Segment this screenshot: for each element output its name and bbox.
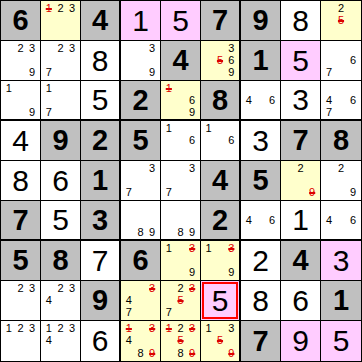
- candidate-7: 7: [163, 187, 175, 199]
- given-digit: 6: [132, 246, 148, 275]
- cell-r9c4[interactable]: 13489: [121, 321, 161, 361]
- candidate-9: 9: [226, 67, 237, 79]
- candidate-1: 1: [3, 322, 15, 335]
- cell-r9c5[interactable]: 123589: [161, 321, 201, 361]
- pencil-marks: 67: [321, 41, 361, 80]
- cell-r5c3[interactable]: 1: [81, 161, 121, 201]
- candidate-5-eliminated: 5: [214, 335, 225, 348]
- candidate-1: 1: [3, 82, 15, 94]
- cell-r2c6[interactable]: 3569: [201, 41, 241, 81]
- candidate-6: 6: [347, 54, 359, 66]
- candidate-1: 1: [43, 82, 55, 94]
- solved-digit: 8: [252, 286, 269, 316]
- candidate-3: 3: [26, 282, 38, 294]
- given-digit: 2: [212, 206, 228, 235]
- given-digit: 5: [12, 246, 28, 275]
- cell-r7c1[interactable]: 5: [1, 241, 41, 281]
- candidate-2: 2: [55, 322, 67, 335]
- cell-r7c9[interactable]: 3: [321, 241, 361, 281]
- cell-r2c8[interactable]: 5: [281, 41, 321, 81]
- solved-digit: 1: [292, 205, 309, 235]
- candidate-8: 8: [175, 347, 187, 360]
- pencil-marks: 46: [241, 201, 280, 239]
- pencil-marks: 16: [201, 121, 239, 160]
- cell-r2c3[interactable]: 8: [81, 41, 121, 81]
- solved-digit: 6: [92, 326, 109, 356]
- candidate-9: 9: [146, 226, 158, 238]
- given-digit: 2: [92, 126, 108, 155]
- cell-r2c1[interactable]: 239: [1, 41, 41, 81]
- pencil-marks: 239: [1, 41, 40, 80]
- given-digit: 2: [132, 86, 148, 115]
- cell-r8c5[interactable]: 2357: [161, 281, 201, 321]
- candidate-2: 2: [15, 282, 27, 294]
- cell-r9c7[interactable]: 7: [241, 321, 281, 361]
- given-digit: 4: [292, 246, 308, 275]
- cell-r5c6[interactable]: 4: [201, 161, 241, 201]
- candidate-3: 3: [26, 322, 38, 335]
- given-digit: 7: [292, 126, 308, 155]
- pencil-marks: 46: [241, 81, 280, 119]
- candidate-9-eliminated: 9: [186, 347, 198, 360]
- candidate-9: 9: [347, 187, 359, 199]
- given-digit: 5: [132, 126, 148, 155]
- candidate-2: 2: [15, 322, 27, 335]
- cell-r6c6[interactable]: 2: [201, 201, 241, 241]
- cell-r1c7[interactable]: 9: [241, 1, 281, 41]
- cell-r1c8[interactable]: 8: [281, 1, 321, 41]
- pencil-marks: 1234: [41, 321, 80, 361]
- candidate-1: 1: [43, 322, 55, 335]
- candidate-5-eliminated: 5: [175, 335, 187, 348]
- pencil-marks: 467: [321, 81, 361, 119]
- pencil-marks: 39: [121, 41, 160, 80]
- given-digit: 4: [212, 166, 228, 195]
- candidate-3-eliminated: 3: [226, 242, 237, 254]
- cell-r2c4[interactable]: 39: [121, 41, 161, 81]
- cell-r3c2[interactable]: 17: [41, 81, 81, 121]
- cell-r4c2[interactable]: 9: [41, 121, 81, 161]
- cell-r6c8[interactable]: 1: [281, 201, 321, 241]
- cell-r4c1[interactable]: 4: [1, 121, 41, 161]
- candidate-4: 4: [323, 214, 335, 226]
- cell-r7c3[interactable]: 7: [81, 241, 121, 281]
- cell-r3c8[interactable]: 3: [281, 81, 321, 121]
- candidate-3: 3: [26, 42, 38, 54]
- pencil-marks: 234: [41, 281, 80, 320]
- candidate-3: 3: [66, 42, 78, 54]
- solved-digit: 4: [12, 126, 29, 156]
- given-digit: 9: [92, 286, 108, 315]
- candidate-6: 6: [226, 54, 237, 66]
- cell-r7c2[interactable]: 8: [41, 241, 81, 281]
- solved-digit: 6: [292, 286, 309, 316]
- candidate-1: 1: [163, 122, 175, 134]
- candidate-4: 4: [123, 335, 135, 348]
- cell-r1c1[interactable]: 6: [1, 1, 41, 41]
- candidate-1-eliminated: 1: [163, 322, 175, 335]
- candidate-4: 4: [243, 214, 255, 226]
- pencil-marks: 19: [1, 81, 40, 119]
- candidate-2: 2: [15, 42, 27, 54]
- candidate-4: 4: [43, 335, 55, 348]
- candidate-7: 7: [43, 67, 55, 79]
- candidate-4: 4: [123, 294, 135, 306]
- candidate-4: 4: [43, 294, 55, 306]
- cell-r8c4[interactable]: 347: [121, 281, 161, 321]
- sudoku-board: 6123415798252392378394356915671917521698…: [0, 0, 362, 362]
- given-digit: 1: [252, 46, 268, 75]
- candidate-9: 9: [186, 267, 198, 279]
- candidate-2: 2: [55, 282, 67, 294]
- candidate-6: 6: [186, 94, 198, 106]
- cell-r1c5[interactable]: 5: [161, 1, 201, 41]
- solved-digit: 3: [252, 126, 269, 156]
- candidate-1: 1: [203, 242, 214, 254]
- pencil-marks: 29: [281, 161, 320, 200]
- candidate-3-eliminated: 3: [186, 242, 198, 254]
- candidate-1-eliminated: 1: [43, 2, 55, 14]
- candidate-3-eliminated: 3: [186, 322, 198, 335]
- cell-r4c7[interactable]: 3: [241, 121, 281, 161]
- cell-r2c7[interactable]: 1: [241, 41, 281, 81]
- pencil-marks: 3569: [201, 41, 239, 80]
- pencil-marks: 25: [321, 1, 361, 40]
- given-digit: 6: [12, 6, 28, 35]
- pencil-marks: 16: [161, 121, 200, 160]
- given-digit: 5: [252, 166, 268, 195]
- cell-r5c2[interactable]: 6: [41, 161, 81, 201]
- pencil-marks: 139: [161, 241, 200, 280]
- given-digit: 4: [92, 6, 108, 35]
- cell-r4c4[interactable]: 5: [121, 121, 161, 161]
- pencil-marks: 123: [41, 1, 80, 40]
- cell-r1c3[interactable]: 4: [81, 1, 121, 41]
- candidate-3: 3: [66, 282, 78, 294]
- solved-digit: 3: [292, 85, 309, 115]
- candidate-3: 3: [146, 162, 158, 174]
- solved-digit: 5: [172, 6, 189, 36]
- pencil-marks: 17: [41, 81, 80, 119]
- candidate-3: 3: [146, 42, 158, 54]
- candidate-7: 7: [323, 67, 335, 79]
- candidate-3: 3: [186, 162, 198, 174]
- cell-r3c3[interactable]: 5: [81, 81, 121, 121]
- cell-r2c5[interactable]: 4: [161, 41, 201, 81]
- cell-r9c3[interactable]: 6: [81, 321, 121, 361]
- solved-digit: 7: [92, 246, 109, 276]
- cell-r3c7[interactable]: 46: [241, 81, 281, 121]
- cell-r6c5[interactable]: 89: [161, 201, 201, 241]
- pencil-marks: 89: [121, 201, 160, 239]
- cell-r6c3[interactable]: 3: [81, 201, 121, 241]
- candidate-4: 4: [243, 94, 255, 106]
- candidate-9: 9: [186, 106, 198, 118]
- cell-r8c9[interactable]: 1: [321, 281, 361, 321]
- candidate-9-eliminated: 9: [226, 347, 237, 360]
- cell-r9c2[interactable]: 1234: [41, 321, 81, 361]
- cell-r9c8[interactable]: 9: [281, 321, 321, 361]
- candidate-1-eliminated: 1: [123, 322, 135, 335]
- solved-digit: 5: [333, 326, 350, 356]
- candidate-6: 6: [347, 94, 359, 106]
- cell-r5c7[interactable]: 5: [241, 161, 281, 201]
- cell-r2c2[interactable]: 237: [41, 41, 81, 81]
- cell-r4c6[interactable]: 16: [201, 121, 241, 161]
- cell-r8c2[interactable]: 234: [41, 281, 81, 321]
- cell-r7c8[interactable]: 4: [281, 241, 321, 281]
- candidate-1: 1: [203, 122, 214, 134]
- solved-digit: 5: [292, 46, 309, 76]
- candidate-1-eliminated: 1: [163, 82, 175, 94]
- cell-r5c9[interactable]: 29: [321, 161, 361, 201]
- candidate-5-eliminated: 5: [175, 294, 187, 306]
- given-digit: 8: [52, 246, 68, 275]
- pencil-marks: 23: [1, 281, 40, 320]
- cell-r1c6[interactable]: 7: [201, 1, 241, 41]
- cell-r4c5[interactable]: 16: [161, 121, 201, 161]
- solved-digit: 8: [92, 46, 109, 76]
- pencil-marks: 1359: [201, 321, 239, 361]
- candidate-7: 7: [123, 187, 135, 199]
- candidate-9: 9: [186, 226, 198, 238]
- cell-r4c9[interactable]: 8: [321, 121, 361, 161]
- given-digit: 7: [212, 6, 228, 35]
- cell-r6c2[interactable]: 5: [41, 201, 81, 241]
- cell-r1c4[interactable]: 1: [121, 1, 161, 41]
- candidate-7: 7: [123, 307, 135, 319]
- cell-r7c7[interactable]: 2: [241, 241, 281, 281]
- pencil-marks: 123: [1, 321, 40, 361]
- candidate-6: 6: [266, 214, 278, 226]
- candidate-4: 4: [323, 94, 335, 106]
- cell-r3c1[interactable]: 19: [1, 81, 41, 121]
- solved-digit: 5: [52, 205, 69, 235]
- cell-r8c3[interactable]: 9: [81, 281, 121, 321]
- candidate-6: 6: [266, 94, 278, 106]
- pencil-marks: 37: [161, 161, 200, 200]
- candidate-6: 6: [226, 134, 237, 146]
- candidate-3-eliminated: 3: [146, 282, 158, 294]
- cell-r3c6[interactable]: 8: [201, 81, 241, 121]
- given-digit: 1: [333, 286, 349, 315]
- candidate-1: 1: [203, 322, 214, 335]
- given-digit: 8: [212, 86, 228, 115]
- candidate-2: 2: [55, 2, 67, 14]
- candidate-9: 9: [146, 67, 158, 79]
- pencil-marks: 46: [321, 201, 361, 239]
- cell-r3c4[interactable]: 2: [121, 81, 161, 121]
- cell-r1c2[interactable]: 123: [41, 1, 81, 41]
- pencil-marks: 169: [161, 81, 200, 119]
- given-digit: 1: [92, 166, 108, 195]
- candidate-2: 2: [55, 42, 67, 54]
- candidate-8: 8: [135, 347, 147, 360]
- cell-r7c6[interactable]: 139: [201, 241, 241, 281]
- cell-r6c4[interactable]: 89: [121, 201, 161, 241]
- pencil-marks: 237: [41, 41, 80, 80]
- candidate-2: 2: [175, 282, 187, 294]
- cell-r8c6-selected[interactable]: 5: [201, 281, 241, 321]
- candidate-2: 2: [295, 162, 307, 174]
- candidate-9: 9: [26, 106, 38, 118]
- cell-r9c1[interactable]: 123: [1, 321, 41, 361]
- given-digit: 7: [252, 327, 268, 356]
- candidate-3-eliminated: 3: [186, 282, 198, 294]
- candidate-8: 8: [135, 226, 147, 238]
- cell-r7c5[interactable]: 139: [161, 241, 201, 281]
- cell-r8c1[interactable]: 23: [1, 281, 41, 321]
- candidate-7: 7: [43, 106, 55, 118]
- cell-r4c3[interactable]: 2: [81, 121, 121, 161]
- solved-digit: 1: [132, 6, 149, 36]
- solved-digit: 8: [12, 166, 29, 196]
- cell-r8c7[interactable]: 8: [241, 281, 281, 321]
- pencil-marks: 29: [321, 161, 361, 200]
- cell-r6c9[interactable]: 46: [321, 201, 361, 241]
- solved-digit: 6: [52, 166, 69, 196]
- candidate-9-eliminated: 9: [146, 347, 158, 360]
- cell-r6c7[interactable]: 46: [241, 201, 281, 241]
- candidate-9: 9: [26, 67, 38, 79]
- cell-r5c4[interactable]: 37: [121, 161, 161, 201]
- candidate-8: 8: [175, 226, 187, 238]
- solved-digit: 5: [212, 286, 229, 316]
- candidate-3: 3: [226, 42, 237, 54]
- candidate-3: 3: [226, 322, 237, 335]
- given-digit: 4: [172, 46, 188, 75]
- candidate-3-eliminated: 3: [146, 322, 158, 335]
- solved-digit: 8: [292, 6, 309, 36]
- cell-r2c9[interactable]: 67: [321, 41, 361, 81]
- pencil-marks: 347: [121, 281, 160, 320]
- pencil-marks: 37: [121, 161, 160, 200]
- cell-r5c1[interactable]: 8: [1, 161, 41, 201]
- pencil-marks: 13489: [121, 321, 160, 361]
- candidate-2: 2: [335, 162, 347, 174]
- pencil-marks: 123589: [161, 321, 200, 361]
- candidate-2: 2: [335, 2, 347, 14]
- candidate-3: 3: [66, 322, 78, 335]
- cell-r7c4[interactable]: 6: [121, 241, 161, 281]
- candidate-6: 6: [347, 214, 359, 226]
- candidate-9: 9: [226, 267, 237, 279]
- cell-r9c9[interactable]: 5: [321, 321, 361, 361]
- cell-r3c5[interactable]: 169: [161, 81, 201, 121]
- candidate-7: 7: [163, 307, 175, 319]
- candidate-9-eliminated: 9: [306, 187, 318, 199]
- given-digit: 9: [252, 6, 268, 35]
- solved-digit: 9: [292, 326, 309, 356]
- cell-r5c5[interactable]: 37: [161, 161, 201, 201]
- given-digit: 8: [333, 126, 349, 155]
- cell-r6c1[interactable]: 7: [1, 201, 41, 241]
- candidate-2: 2: [175, 322, 187, 335]
- candidate-5-eliminated: 5: [335, 14, 347, 26]
- cell-r8c8[interactable]: 6: [281, 281, 321, 321]
- candidate-3: 3: [66, 2, 78, 14]
- cell-r1c9[interactable]: 25: [321, 1, 361, 41]
- pencil-marks: 139: [201, 241, 239, 280]
- candidate-7: 7: [323, 106, 335, 118]
- given-digit: 7: [12, 206, 28, 235]
- given-digit: 9: [52, 126, 68, 155]
- solved-digit: 5: [92, 85, 109, 115]
- candidate-1: 1: [163, 242, 175, 254]
- candidate-5-eliminated: 5: [214, 54, 225, 66]
- pencil-marks: 2357: [161, 281, 200, 320]
- given-digit: 3: [92, 206, 108, 235]
- cell-r3c9[interactable]: 467: [321, 81, 361, 121]
- cell-r4c8[interactable]: 7: [281, 121, 321, 161]
- solved-digit: 3: [333, 246, 350, 276]
- cell-r9c6[interactable]: 1359: [201, 321, 241, 361]
- solved-digit: 2: [252, 246, 269, 276]
- candidate-6: 6: [186, 134, 198, 146]
- pencil-marks: 89: [161, 201, 200, 239]
- cell-r5c8[interactable]: 29: [281, 161, 321, 201]
